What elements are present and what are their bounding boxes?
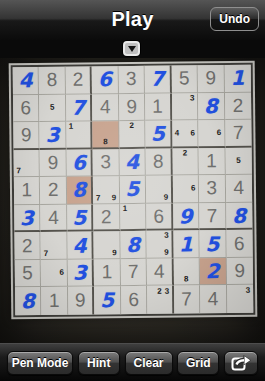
given-digit: 1 — [152, 96, 163, 118]
pencil-marks: 46 — [172, 120, 198, 146]
cell-r8c1[interactable]: 5 — [15, 260, 42, 288]
given-digit: 8 — [153, 151, 164, 173]
cell-r4c8[interactable]: 1 — [199, 148, 226, 176]
cell-r4c7[interactable]: 2 — [172, 148, 199, 176]
pencil-marks: 39 — [147, 231, 172, 258]
cell-r2c2[interactable]: 5 — [39, 94, 66, 122]
cell-r2c6[interactable]: 1 — [145, 93, 172, 121]
pencil-marks: 3 — [227, 285, 254, 313]
cell-r5c2[interactable]: 2 — [40, 177, 67, 205]
cell-r1c6[interactable]: 7 — [145, 66, 172, 94]
pencil-marks: 6 — [41, 260, 67, 287]
given-digit: 7 — [181, 289, 192, 311]
pencil-marks: 9 — [146, 176, 171, 203]
cell-r1c3[interactable]: 2 — [66, 66, 93, 94]
given-digit: 5 — [179, 68, 190, 90]
cell-r4c9[interactable]: 5 — [225, 147, 252, 175]
pencil-marks: 8 — [173, 258, 199, 285]
cell-r9c1[interactable]: 8 — [15, 287, 42, 315]
cell-r2c8[interactable]: 8 — [198, 93, 225, 121]
cell-r3c3[interactable]: 1 — [66, 122, 93, 150]
cell-r5c3[interactable]: 8 — [67, 177, 94, 205]
entered-digit: 7 — [71, 95, 85, 119]
cell-r6c1[interactable]: 3 — [14, 205, 41, 233]
given-digit: 7 — [207, 205, 218, 227]
cell-r5c5[interactable]: 5 — [120, 176, 147, 204]
pencil-marks: 3 — [172, 93, 198, 120]
cell-r7c5[interactable]: 8 — [120, 231, 147, 259]
given-digit: 4 — [208, 288, 219, 310]
given-digit: 3 — [126, 68, 137, 90]
cell-r6c7[interactable]: 9 — [173, 203, 200, 231]
cell-r3c7[interactable]: 46 — [172, 120, 199, 148]
cell-r2c9[interactable]: 2 — [225, 92, 252, 120]
given-digit: 6 — [128, 289, 139, 311]
cell-r5c4[interactable]: 79 — [93, 176, 120, 204]
entered-digit: 6 — [98, 67, 112, 91]
cell-r3c9[interactable]: 7 — [225, 120, 252, 148]
cell-r7c4[interactable]: 9 — [94, 231, 121, 259]
cell-r5c8[interactable]: 3 — [199, 175, 226, 203]
cell-r8c5[interactable]: 7 — [120, 259, 147, 287]
pulldown-panel-button[interactable] — [123, 41, 140, 56]
entered-digit: 6 — [72, 150, 86, 174]
cell-r8c8[interactable]: 2 — [200, 258, 227, 286]
cell-r4c3[interactable]: 6 — [66, 149, 93, 177]
cell-r1c7[interactable]: 5 — [171, 65, 198, 93]
down-triangle-icon — [128, 46, 136, 52]
cell-r4c4[interactable]: 3 — [93, 149, 120, 177]
cell-r9c5[interactable]: 6 — [121, 286, 148, 314]
given-digit: 6 — [20, 97, 31, 119]
given-digit: 2 — [232, 95, 243, 117]
cell-r8c3[interactable]: 3 — [68, 259, 95, 287]
entered-digit: 8 — [204, 94, 218, 118]
given-digit: 6 — [153, 205, 164, 227]
panel-strip — [0, 40, 265, 58]
given-digit: 2 — [101, 206, 112, 228]
given-digit: 9 — [75, 290, 86, 312]
cell-r3c8[interactable]: 6 — [198, 120, 225, 148]
cell-r1c4[interactable]: 6 — [92, 66, 119, 94]
cell-r9c4[interactable]: 5 — [94, 287, 121, 315]
entered-digit: 2 — [206, 259, 220, 283]
pencil-marks: 7 — [41, 232, 67, 259]
entered-digit: 1 — [231, 66, 245, 90]
pencil-marks: 79 — [93, 176, 119, 203]
pencil-marks: 6 — [198, 120, 224, 146]
pencil-marks: 7 — [14, 150, 40, 177]
cell-r1c1[interactable]: 4 — [13, 67, 40, 95]
cell-r5c6[interactable]: 9 — [146, 176, 173, 204]
given-digit: 2 — [73, 69, 84, 91]
cell-r7c2[interactable]: 7 — [41, 232, 68, 260]
cell-r9c9[interactable]: 3 — [227, 285, 254, 313]
entered-digit: 4 — [125, 150, 139, 174]
entered-digit: 8 — [126, 233, 140, 257]
newspaper-paper: 4826375916574913829318254667796348215128… — [9, 61, 258, 320]
cell-r8c9[interactable]: 9 — [226, 258, 253, 286]
cell-r1c8[interactable]: 9 — [198, 65, 225, 93]
cell-r3c6[interactable]: 5 — [145, 121, 172, 149]
entered-digit: 3 — [45, 123, 59, 147]
cell-r5c9[interactable]: 4 — [225, 175, 252, 203]
cell-r6c3[interactable]: 5 — [67, 204, 94, 232]
cell-r1c2[interactable]: 8 — [39, 67, 66, 95]
cell-r7c8[interactable]: 5 — [200, 230, 227, 258]
given-digit: 1 — [49, 290, 60, 312]
cell-r8c6[interactable]: 4 — [147, 258, 174, 286]
entered-digit: 3 — [20, 206, 34, 230]
cell-r8c7[interactable]: 8 — [173, 258, 200, 286]
entered-digit: 5 — [151, 122, 165, 146]
entered-digit: 4 — [73, 233, 87, 257]
given-digit: 2 — [22, 235, 33, 257]
cell-r1c9[interactable]: 1 — [224, 65, 251, 93]
cell-r2c4[interactable]: 4 — [92, 94, 119, 122]
cell-r8c4[interactable]: 1 — [94, 259, 121, 287]
cell-r6c6[interactable]: 6 — [146, 203, 173, 231]
cell-r3c5[interactable]: 2 — [119, 121, 146, 149]
nav-bar: Photo Sudoku Play Undo — [0, 0, 265, 41]
pencil-marks: 1 — [66, 122, 91, 148]
cell-r3c4[interactable]: 8 — [93, 121, 120, 149]
pencil-marks: 2 — [172, 148, 198, 175]
given-digit: 7 — [128, 261, 139, 283]
pencil-marks: 2 — [119, 121, 145, 147]
entered-digit: 5 — [72, 205, 86, 229]
cell-r3c2[interactable]: 3 — [40, 122, 67, 150]
given-digit: 8 — [47, 69, 58, 91]
sudoku-photo: 4826375916574913829318254667796348215128… — [0, 58, 265, 343]
entered-digit: 1 — [179, 232, 193, 256]
given-digit: 5 — [22, 262, 33, 284]
cell-r5c7[interactable]: 6 — [173, 176, 200, 204]
bottom-toolbar: Pen Mode Hint Clear Grid — [0, 343, 265, 381]
clear-button[interactable]: Clear — [125, 351, 173, 375]
undo-button[interactable]: Undo — [210, 7, 259, 31]
pencil-marks: 5 — [225, 147, 252, 174]
cell-r7c7[interactable]: 1 — [173, 231, 200, 259]
share-export-icon — [231, 354, 252, 371]
sudoku-board[interactable]: 4826375916574913829318254667796348215128… — [11, 63, 256, 318]
given-digit: 3 — [100, 151, 111, 173]
entered-digit: 9 — [179, 204, 193, 228]
cell-r6c9[interactable]: 8 — [226, 203, 253, 231]
entered-digit: 8 — [21, 289, 35, 313]
given-digit: 1 — [101, 261, 112, 283]
given-digit: 2 — [48, 179, 59, 201]
entered-digit: 5 — [100, 288, 114, 312]
cell-r7c9[interactable]: 6 — [226, 230, 253, 258]
hint-button[interactable]: Hint — [78, 351, 120, 375]
entered-digit: 8 — [72, 178, 86, 202]
grid-button[interactable]: Grid — [177, 351, 219, 375]
cell-r5c1[interactable]: 1 — [14, 177, 41, 205]
pencil-marks: 9 — [94, 231, 120, 258]
cell-r9c3[interactable]: 9 — [68, 287, 95, 315]
cell-r7c3[interactable]: 4 — [67, 232, 94, 260]
given-digit: 1 — [21, 180, 32, 202]
cell-r6c5[interactable]: 1 — [120, 204, 147, 232]
cell-r4c5[interactable]: 4 — [119, 149, 146, 177]
cell-r6c8[interactable]: 7 — [199, 203, 226, 231]
cell-r3c1[interactable]: 9 — [13, 122, 40, 150]
cell-r7c6[interactable]: 39 — [147, 231, 174, 259]
cell-r1c5[interactable]: 3 — [118, 66, 145, 94]
pencil-marks: 23 — [147, 286, 172, 314]
cell-r6c4[interactable]: 2 — [93, 204, 120, 232]
pencil-marks: 8 — [93, 121, 119, 147]
entered-digit: 5 — [125, 177, 139, 201]
given-digit: 4 — [233, 177, 244, 199]
cell-r2c5[interactable]: 9 — [119, 93, 146, 121]
cell-r4c2[interactable]: 9 — [40, 149, 67, 177]
given-digit: 9 — [234, 260, 245, 282]
pencil-marks: 5 — [39, 94, 65, 121]
entered-digit: 7 — [150, 67, 164, 91]
given-digit: 9 — [205, 67, 216, 89]
pencil-marks: 1 — [120, 204, 146, 230]
cell-r9c6[interactable]: 23 — [147, 286, 174, 314]
entered-digit: 5 — [205, 232, 219, 256]
share-button[interactable] — [224, 351, 258, 375]
given-digit: 4 — [154, 261, 165, 283]
given-digit: 7 — [233, 122, 244, 144]
entered-digit: 4 — [18, 68, 32, 92]
entered-digit: 8 — [232, 203, 246, 227]
pen-mode-button[interactable]: Pen Mode — [7, 351, 73, 375]
cell-r9c2[interactable]: 1 — [41, 287, 68, 315]
cell-r7c1[interactable]: 2 — [14, 232, 41, 260]
cell-r2c7[interactable]: 3 — [172, 93, 199, 121]
cell-r6c2[interactable]: 4 — [41, 204, 68, 232]
given-digit: 3 — [206, 178, 217, 200]
entered-digit: 3 — [73, 261, 87, 285]
pencil-marks: 6 — [173, 176, 199, 203]
given-digit: 9 — [47, 152, 58, 174]
given-digit: 4 — [48, 206, 59, 228]
given-digit: 4 — [100, 96, 111, 118]
cell-r8c2[interactable]: 6 — [41, 260, 68, 288]
given-digit: 1 — [206, 150, 217, 172]
cell-r4c1[interactable]: 7 — [14, 150, 41, 178]
cell-r9c7[interactable]: 7 — [174, 286, 201, 314]
cell-r4c6[interactable]: 8 — [146, 148, 173, 176]
cell-r2c3[interactable]: 7 — [66, 94, 93, 122]
given-digit: 9 — [126, 96, 137, 118]
cell-r2c1[interactable]: 6 — [13, 95, 40, 123]
cell-r9c8[interactable]: 4 — [200, 285, 227, 313]
given-digit: 6 — [234, 232, 245, 254]
given-digit: 9 — [21, 124, 32, 146]
